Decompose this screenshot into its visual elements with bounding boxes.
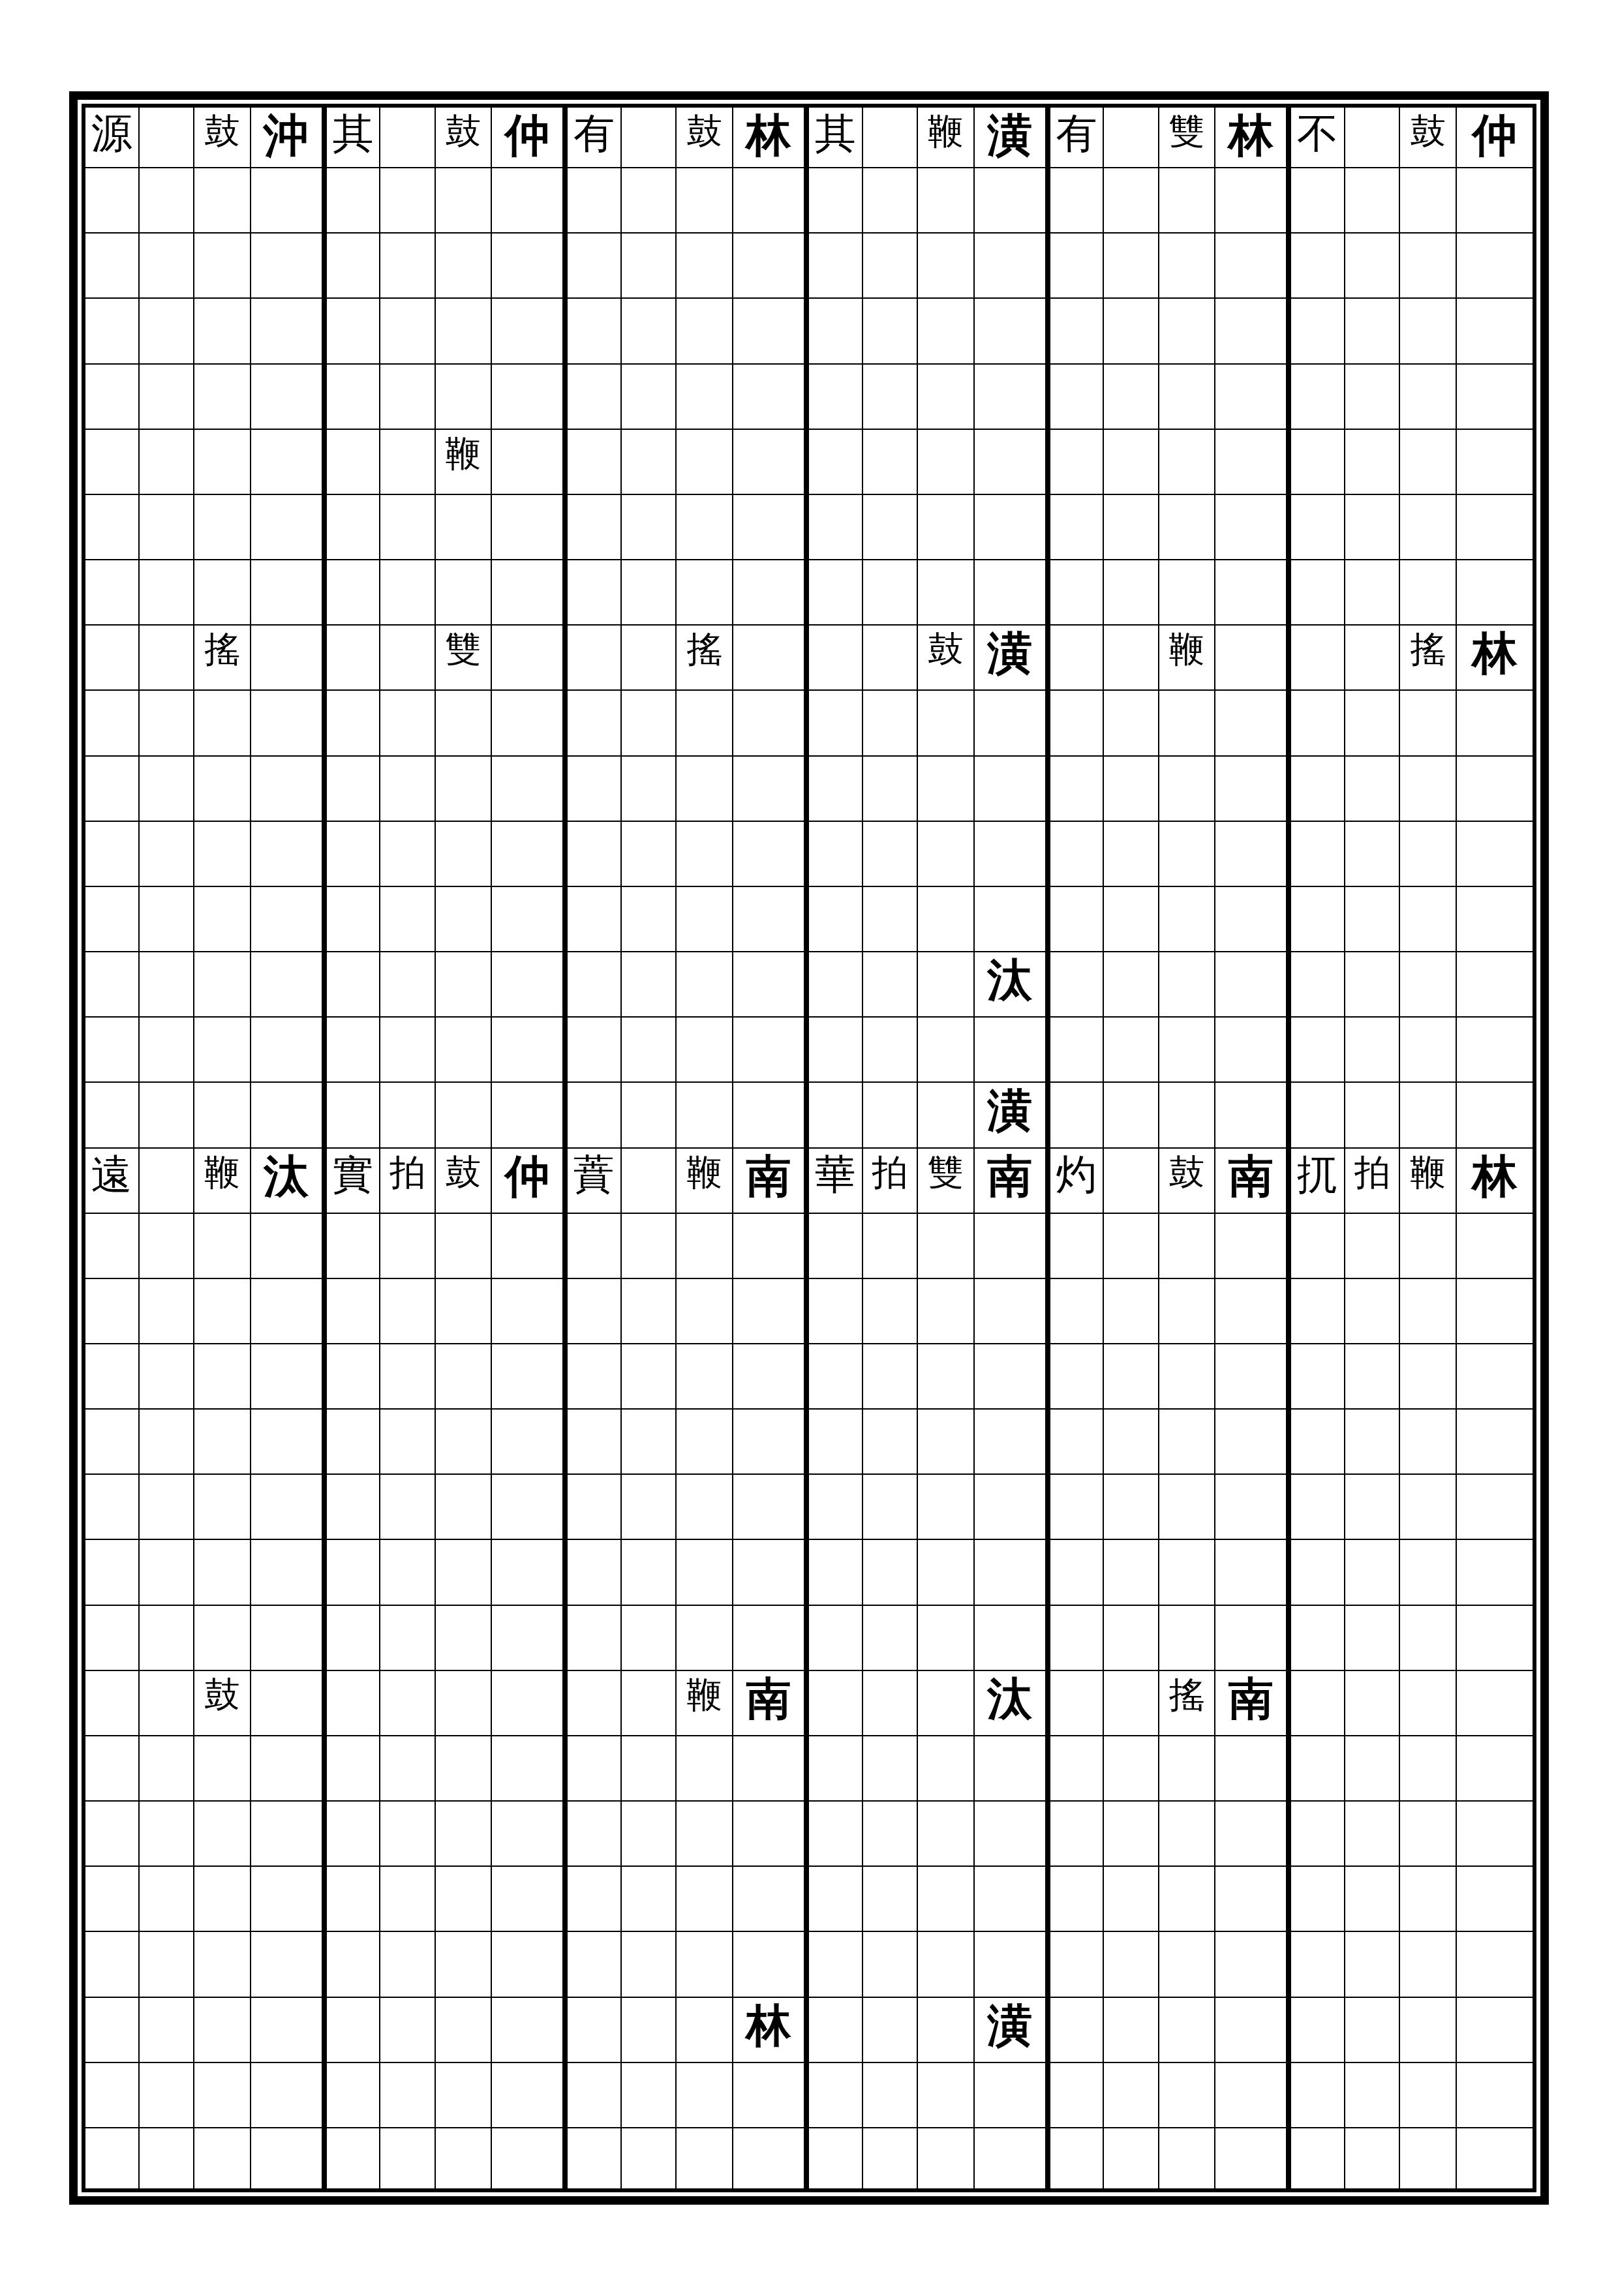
score-cell-empty bbox=[380, 560, 436, 626]
score-cell-empty bbox=[1050, 1410, 1105, 1475]
score-cell-empty bbox=[568, 1606, 622, 1671]
score-cell-empty bbox=[380, 495, 436, 560]
score-cell-empty bbox=[1400, 1410, 1457, 1475]
score-cell-empty bbox=[1050, 1606, 1105, 1671]
score-cell-empty bbox=[863, 168, 919, 234]
score-cell-empty bbox=[1400, 1279, 1457, 1344]
score-cell-empty bbox=[380, 952, 436, 1018]
score-cell-empty bbox=[140, 1736, 195, 1802]
score-cell-empty bbox=[1345, 365, 1401, 430]
score-cell-empty bbox=[194, 299, 251, 364]
score-cell-empty bbox=[251, 1018, 327, 1083]
score-cell-empty bbox=[1457, 1214, 1533, 1279]
score-cell-empty bbox=[568, 299, 622, 364]
score-cell-empty bbox=[1345, 1344, 1401, 1410]
score-cell-empty bbox=[140, 299, 195, 364]
score-cell-empty bbox=[1215, 234, 1291, 299]
score-cell-empty bbox=[1345, 757, 1401, 822]
score-cell-empty bbox=[622, 1606, 677, 1671]
score-cell-empty bbox=[140, 1998, 195, 2063]
score-cell-empty bbox=[1104, 234, 1159, 299]
score-cell-empty bbox=[194, 887, 251, 952]
score-cell-percussion: 鞭 bbox=[1400, 1149, 1457, 1214]
score-cell-empty bbox=[1345, 299, 1401, 364]
score-cell-empty bbox=[85, 1475, 140, 1540]
score-cell-empty bbox=[1104, 1018, 1159, 1083]
score-cell-empty bbox=[327, 1540, 381, 1605]
score-cell-empty bbox=[918, 822, 975, 887]
score-cell-empty bbox=[1400, 430, 1457, 495]
score-cell-empty bbox=[1291, 1344, 1345, 1410]
score-cell-percussion: 鼓 bbox=[194, 108, 251, 168]
score-cell-empty bbox=[918, 1540, 975, 1605]
score-cell-pitch: 汰 bbox=[251, 1149, 327, 1214]
score-cell-empty bbox=[194, 1214, 251, 1279]
score-cell-empty bbox=[85, 1214, 140, 1279]
score-cell-empty bbox=[1104, 1932, 1159, 1997]
score-cell-empty bbox=[677, 2063, 733, 2128]
score-cell-empty bbox=[380, 1475, 436, 1540]
score-cell-empty bbox=[1159, 299, 1216, 364]
score-cell-pitch: 汰 bbox=[975, 952, 1050, 1018]
score-cell-empty bbox=[85, 1018, 140, 1083]
score-cell-empty bbox=[327, 299, 381, 364]
score-cell-empty bbox=[1215, 1475, 1291, 1540]
score-cell-empty bbox=[918, 1606, 975, 1671]
score-cell-pitch: 林 bbox=[1457, 1149, 1533, 1214]
score-cell-empty bbox=[492, 887, 568, 952]
score-cell-empty bbox=[622, 1214, 677, 1279]
score-cell-empty bbox=[492, 1802, 568, 1867]
score-cell-empty bbox=[1215, 626, 1291, 691]
score-cell-pitch: 林 bbox=[733, 1998, 809, 2063]
score-cell-empty bbox=[622, 691, 677, 756]
score-cell-empty bbox=[1345, 2063, 1401, 2128]
score-cell-empty bbox=[677, 1736, 733, 1802]
score-cell-empty bbox=[436, 1344, 493, 1410]
score-cell-empty bbox=[140, 1475, 195, 1540]
score-cell-empty bbox=[1159, 1410, 1216, 1475]
score-cell-empty bbox=[1457, 495, 1533, 560]
score-cell-empty bbox=[918, 1279, 975, 1344]
score-cell-lyric: 有 bbox=[1050, 108, 1105, 168]
score-cell-empty bbox=[1159, 1540, 1216, 1605]
score-cell-empty bbox=[140, 1802, 195, 1867]
score-cell-empty bbox=[436, 1410, 493, 1475]
score-cell-empty bbox=[327, 2128, 381, 2188]
score-cell-empty bbox=[1050, 626, 1105, 691]
score-cell-empty bbox=[380, 299, 436, 364]
score-cell-empty bbox=[85, 952, 140, 1018]
score-cell-empty bbox=[85, 560, 140, 626]
score-cell-percussion: 雙 bbox=[1159, 108, 1216, 168]
score-cell-empty bbox=[1457, 1018, 1533, 1083]
score-cell-empty bbox=[568, 626, 622, 691]
score-cell-empty bbox=[1291, 1410, 1345, 1475]
score-cell-empty bbox=[1400, 1802, 1457, 1867]
score-cell-empty bbox=[1215, 952, 1291, 1018]
score-cell-clapper: 拍 bbox=[863, 1149, 919, 1214]
score-cell-percussion: 搖 bbox=[1159, 1671, 1216, 1736]
score-cell-empty bbox=[622, 2128, 677, 2188]
score-cell-empty bbox=[622, 365, 677, 430]
score-cell-empty bbox=[918, 1802, 975, 1867]
score-cell-empty bbox=[251, 1998, 327, 2063]
score-cell-clapper: 拍 bbox=[380, 1149, 436, 1214]
score-cell-empty bbox=[140, 1932, 195, 1997]
score-cell-empty bbox=[85, 822, 140, 887]
score-cell-empty bbox=[918, 1410, 975, 1475]
score-cell-empty bbox=[1400, 691, 1457, 756]
score-cell-empty bbox=[733, 1867, 809, 1932]
score-cell-empty bbox=[1400, 1344, 1457, 1410]
score-cell-percussion: 鼓 bbox=[1400, 108, 1457, 168]
score-cell-empty bbox=[568, 1083, 622, 1148]
score-cell-empty bbox=[568, 1671, 622, 1736]
score-cell-empty bbox=[492, 1214, 568, 1279]
score-cell-empty bbox=[1159, 430, 1216, 495]
score-cell-empty bbox=[251, 365, 327, 430]
score-cell-empty bbox=[251, 1736, 327, 1802]
score-cell-empty bbox=[1457, 560, 1533, 626]
score-cell-empty bbox=[1291, 1214, 1345, 1279]
score-cell-empty bbox=[1215, 691, 1291, 756]
score-cell-empty bbox=[733, 691, 809, 756]
score-cell-pitch: 仲 bbox=[492, 108, 568, 168]
score-cell-empty bbox=[1291, 1018, 1345, 1083]
score-cell-empty bbox=[1291, 1279, 1345, 1344]
score-cell-empty bbox=[809, 1998, 863, 2063]
score-cell-empty bbox=[194, 691, 251, 756]
score-cell-empty bbox=[140, 234, 195, 299]
score-cell-empty bbox=[1050, 1018, 1105, 1083]
score-cell-empty bbox=[327, 757, 381, 822]
score-cell-empty bbox=[1400, 1606, 1457, 1671]
score-cell-empty bbox=[809, 1344, 863, 1410]
score-cell-empty bbox=[622, 1671, 677, 1736]
score-cell-empty bbox=[140, 822, 195, 887]
score-cell-empty bbox=[194, 1606, 251, 1671]
score-cell-empty bbox=[1400, 1998, 1457, 2063]
score-cell-empty bbox=[1457, 952, 1533, 1018]
score-cell-empty bbox=[436, 952, 493, 1018]
score-cell-empty bbox=[140, 1671, 195, 1736]
score-cell-empty bbox=[622, 1540, 677, 1605]
score-cell-empty bbox=[194, 2128, 251, 2188]
score-cell-empty bbox=[809, 822, 863, 887]
score-cell-empty bbox=[1457, 234, 1533, 299]
score-cell-empty bbox=[1104, 757, 1159, 822]
score-cell-percussion: 鞭 bbox=[677, 1149, 733, 1214]
score-cell-empty bbox=[622, 495, 677, 560]
score-cell-empty bbox=[1457, 1867, 1533, 1932]
score-cell-empty bbox=[194, 1083, 251, 1148]
score-cell-empty bbox=[809, 1671, 863, 1736]
score-cell-empty bbox=[863, 1867, 919, 1932]
score-cell-empty bbox=[677, 1410, 733, 1475]
score-cell-empty bbox=[1050, 1344, 1105, 1410]
score-cell-empty bbox=[1291, 560, 1345, 626]
score-cell-empty bbox=[436, 2063, 493, 2128]
score-cell-empty bbox=[1291, 365, 1345, 430]
score-cell-empty bbox=[568, 1475, 622, 1540]
score-cell-empty bbox=[436, 1932, 493, 1997]
score-cell-empty bbox=[1159, 495, 1216, 560]
score-cell-empty bbox=[918, 1736, 975, 1802]
score-cell-empty bbox=[380, 691, 436, 756]
score-cell-empty bbox=[1457, 1802, 1533, 1867]
score-cell-empty bbox=[622, 430, 677, 495]
score-cell-empty bbox=[1159, 1932, 1216, 1997]
score-cell-empty bbox=[863, 495, 919, 560]
score-cell-empty bbox=[436, 1802, 493, 1867]
score-cell-empty bbox=[863, 822, 919, 887]
score-cell-empty bbox=[492, 1083, 568, 1148]
score-cell-empty bbox=[1400, 234, 1457, 299]
score-cell-empty bbox=[251, 2063, 327, 2128]
score-cell-empty bbox=[85, 691, 140, 756]
score-cell-empty bbox=[1050, 168, 1105, 234]
score-cell-empty bbox=[380, 1344, 436, 1410]
score-cell-empty bbox=[568, 1540, 622, 1605]
score-cell-empty bbox=[1215, 1998, 1291, 2063]
score-cell-empty bbox=[1400, 887, 1457, 952]
score-cell-empty bbox=[809, 626, 863, 691]
score-cell-empty bbox=[863, 1410, 919, 1475]
score-cell-empty bbox=[1345, 560, 1401, 626]
score-cell-empty bbox=[622, 1410, 677, 1475]
score-cell-empty bbox=[1457, 1998, 1533, 2063]
score-cell-empty bbox=[140, 168, 195, 234]
score-cell-empty bbox=[436, 1671, 493, 1736]
score-cell-empty bbox=[1050, 234, 1105, 299]
score-cell-empty bbox=[1291, 495, 1345, 560]
score-cell-empty bbox=[863, 626, 919, 691]
score-cell-empty bbox=[1457, 1410, 1533, 1475]
score-cell-empty bbox=[1345, 1998, 1401, 2063]
score-cell-empty bbox=[863, 1998, 919, 2063]
score-cell-empty bbox=[863, 1540, 919, 1605]
score-cell-empty bbox=[140, 1867, 195, 1932]
score-cell-empty bbox=[194, 495, 251, 560]
score-cell-empty bbox=[492, 1606, 568, 1671]
score-cell-empty bbox=[733, 1279, 809, 1344]
score-cell-empty bbox=[1345, 2128, 1401, 2188]
score-cell-empty bbox=[380, 1867, 436, 1932]
score-cell-empty bbox=[1345, 1214, 1401, 1279]
score-cell-empty bbox=[677, 1867, 733, 1932]
score-cell-empty bbox=[1291, 691, 1345, 756]
score-cell-empty bbox=[1291, 822, 1345, 887]
score-cell-empty bbox=[1104, 952, 1159, 1018]
score-cell-empty bbox=[733, 1475, 809, 1540]
score-cell-empty bbox=[1400, 1867, 1457, 1932]
score-cell-empty bbox=[1457, 1279, 1533, 1344]
score-cell-empty bbox=[1291, 1475, 1345, 1540]
score-cell-empty bbox=[1215, 1932, 1291, 1997]
score-cell-empty bbox=[194, 365, 251, 430]
score-cell-empty bbox=[1345, 822, 1401, 887]
score-cell-empty bbox=[1291, 1867, 1345, 1932]
score-cell-empty bbox=[975, 495, 1050, 560]
score-cell-empty bbox=[1159, 365, 1216, 430]
score-cell-percussion: 搖 bbox=[677, 626, 733, 691]
score-cell-empty bbox=[733, 1802, 809, 1867]
score-cell-empty bbox=[85, 1736, 140, 1802]
score-cell-empty bbox=[1159, 1214, 1216, 1279]
score-cell-lyric: 蕡 bbox=[568, 1149, 622, 1214]
score-cell-empty bbox=[809, 691, 863, 756]
score-cell-empty bbox=[436, 560, 493, 626]
score-cell-empty bbox=[251, 234, 327, 299]
score-cell-empty bbox=[1400, 822, 1457, 887]
score-cell-empty bbox=[327, 1410, 381, 1475]
score-cell-empty bbox=[568, 1802, 622, 1867]
score-cell-empty bbox=[1159, 2063, 1216, 2128]
score-cell-empty bbox=[809, 1279, 863, 1344]
score-cell-pitch: 林 bbox=[1457, 626, 1533, 691]
score-cell-empty bbox=[568, 1932, 622, 1997]
score-cell-empty bbox=[677, 952, 733, 1018]
score-cell-empty bbox=[492, 757, 568, 822]
score-cell-empty bbox=[1050, 822, 1105, 887]
score-cell-empty bbox=[677, 299, 733, 364]
score-cell-pitch: 潢 bbox=[975, 1083, 1050, 1148]
score-cell-empty bbox=[677, 1998, 733, 2063]
score-cell-empty bbox=[1457, 1932, 1533, 1997]
score-cell-empty bbox=[1291, 1998, 1345, 2063]
score-cell-empty bbox=[1291, 168, 1345, 234]
score-cell-empty bbox=[1159, 1018, 1216, 1083]
score-cell-empty bbox=[677, 168, 733, 234]
score-cell-empty bbox=[863, 1279, 919, 1344]
score-cell-empty bbox=[1291, 299, 1345, 364]
score-cell-empty bbox=[1050, 1214, 1105, 1279]
score-cell-empty bbox=[863, 560, 919, 626]
score-cell-empty bbox=[380, 1018, 436, 1083]
score-cell-empty bbox=[1345, 1018, 1401, 1083]
score-cell-empty bbox=[677, 1802, 733, 1867]
score-cell-empty bbox=[251, 1802, 327, 1867]
score-cell-empty bbox=[251, 1475, 327, 1540]
score-cell-empty bbox=[918, 299, 975, 364]
score-cell-empty bbox=[1050, 2128, 1105, 2188]
score-cell-empty bbox=[140, 887, 195, 952]
score-cell-empty bbox=[380, 1802, 436, 1867]
score-cell-empty bbox=[733, 1932, 809, 1997]
score-cell-empty bbox=[1159, 1475, 1216, 1540]
score-cell-percussion: 鞭 bbox=[1159, 626, 1216, 691]
score-cell-empty bbox=[975, 299, 1050, 364]
score-cell-empty bbox=[85, 1279, 140, 1344]
score-cell-empty bbox=[140, 365, 195, 430]
score-cell-empty bbox=[1215, 299, 1291, 364]
score-cell-empty bbox=[733, 757, 809, 822]
score-cell-empty bbox=[1050, 1279, 1105, 1344]
score-cell-empty bbox=[194, 1867, 251, 1932]
score-cell-empty bbox=[863, 1214, 919, 1279]
score-cell-empty bbox=[327, 2063, 381, 2128]
score-cell-empty bbox=[863, 430, 919, 495]
score-cell-empty bbox=[1457, 887, 1533, 952]
score-cell-empty bbox=[1457, 1736, 1533, 1802]
score-cell-empty bbox=[85, 430, 140, 495]
score-cell-lyric: 不 bbox=[1291, 108, 1345, 168]
score-cell-empty bbox=[1215, 757, 1291, 822]
score-cell-empty bbox=[1104, 1540, 1159, 1605]
score-cell-empty bbox=[1159, 887, 1216, 952]
score-cell-empty bbox=[733, 234, 809, 299]
score-cell-empty bbox=[380, 1083, 436, 1148]
score-cell-empty bbox=[1457, 1344, 1533, 1410]
score-cell-empty bbox=[622, 168, 677, 234]
score-cell-empty bbox=[975, 1475, 1050, 1540]
score-cell-empty bbox=[809, 1410, 863, 1475]
score-cell-empty bbox=[809, 2128, 863, 2188]
score-cell-empty bbox=[1215, 1867, 1291, 1932]
score-cell-empty bbox=[327, 1214, 381, 1279]
score-cell-empty bbox=[733, 365, 809, 430]
score-cell-empty bbox=[1345, 430, 1401, 495]
score-cell-empty bbox=[733, 822, 809, 887]
score-cell-pitch: 南 bbox=[733, 1149, 809, 1214]
score-cell-pitch: 潢 bbox=[975, 626, 1050, 691]
score-cell-empty bbox=[140, 1018, 195, 1083]
score-cell-empty bbox=[492, 1018, 568, 1083]
score-cell-empty bbox=[85, 626, 140, 691]
score-cell-empty bbox=[327, 1867, 381, 1932]
score-cell-empty bbox=[863, 952, 919, 1018]
score-cell-empty bbox=[622, 560, 677, 626]
score-cell-empty bbox=[733, 1540, 809, 1605]
score-cell-empty bbox=[1159, 1998, 1216, 2063]
score-cell-empty bbox=[975, 1932, 1050, 1997]
score-cell-empty bbox=[85, 1671, 140, 1736]
score-cell-empty bbox=[1159, 691, 1216, 756]
score-cell-empty bbox=[1457, 757, 1533, 822]
score-cell-empty bbox=[251, 952, 327, 1018]
score-cell-empty bbox=[733, 1736, 809, 1802]
score-cell-empty bbox=[251, 1083, 327, 1148]
score-cell-empty bbox=[380, 234, 436, 299]
score-cell-empty bbox=[251, 1867, 327, 1932]
score-cell-empty bbox=[1457, 1475, 1533, 1540]
score-cell-empty bbox=[436, 495, 493, 560]
score-cell-empty bbox=[1104, 2128, 1159, 2188]
score-cell-empty bbox=[863, 365, 919, 430]
score-cell-empty bbox=[809, 299, 863, 364]
score-cell-empty bbox=[1215, 1410, 1291, 1475]
score-cell-empty bbox=[85, 1802, 140, 1867]
score-cell-empty bbox=[1291, 234, 1345, 299]
score-cell-empty bbox=[975, 822, 1050, 887]
score-cell-empty bbox=[568, 168, 622, 234]
score-cell-empty bbox=[1457, 365, 1533, 430]
score-cell-empty bbox=[140, 560, 195, 626]
score-cell-empty bbox=[1159, 1344, 1216, 1410]
score-cell-empty bbox=[677, 822, 733, 887]
score-cell-empty bbox=[1104, 887, 1159, 952]
score-cell-empty bbox=[809, 1540, 863, 1605]
score-cell-empty bbox=[380, 168, 436, 234]
page-frame: 源鼓沖其鼓仲有鼓林其鞭潢有雙林不鼓仲鞭搖雙搖鼓潢鞭搖林汰潢遠鞭汰實拍鼓仲蕡鞭南華… bbox=[69, 91, 1549, 2205]
score-cell-empty bbox=[622, 1998, 677, 2063]
score-cell-empty bbox=[436, 234, 493, 299]
score-cell-empty bbox=[327, 952, 381, 1018]
score-cell-empty bbox=[251, 1540, 327, 1605]
score-cell-empty bbox=[622, 234, 677, 299]
score-cell-empty bbox=[568, 495, 622, 560]
